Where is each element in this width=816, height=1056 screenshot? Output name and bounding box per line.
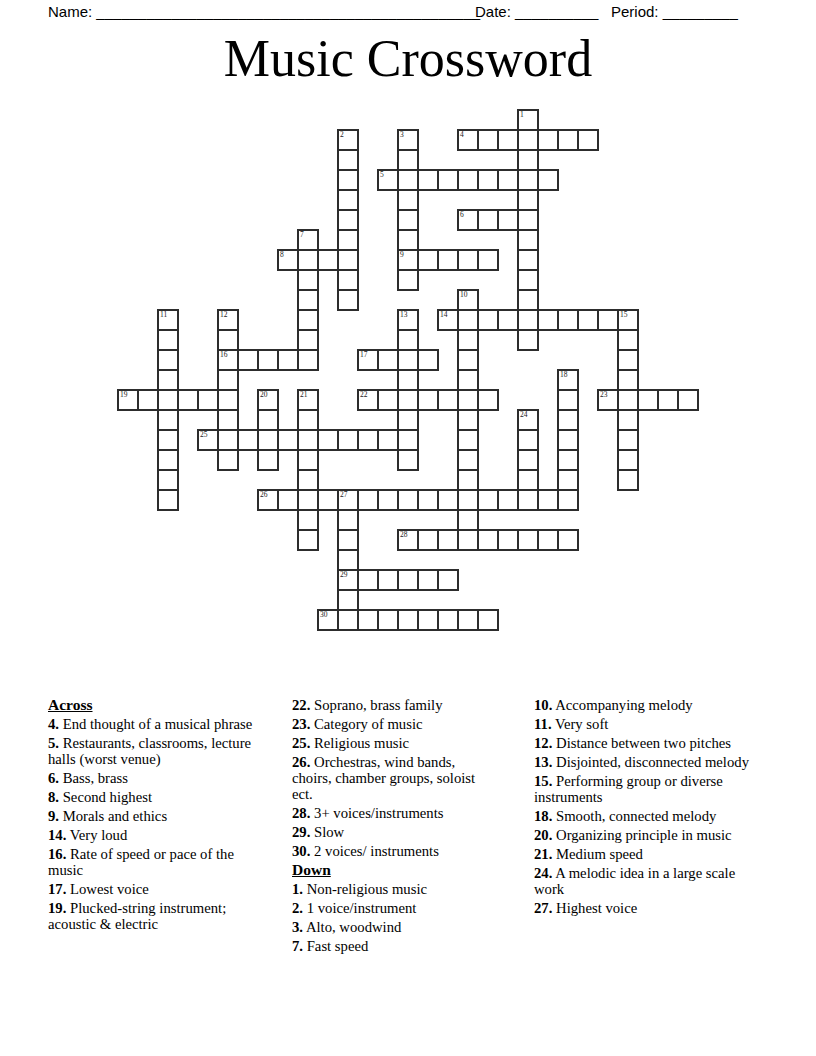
grid-cell[interactable]: 7 xyxy=(297,229,319,251)
cell-number: 24 xyxy=(520,411,528,419)
grid-cell[interactable] xyxy=(237,429,259,451)
cell-number: 25 xyxy=(200,431,208,439)
grid-cell[interactable] xyxy=(237,349,259,371)
clue-down-2: 2. 1 voice/instrument xyxy=(292,900,497,916)
grid-cell[interactable] xyxy=(157,349,179,371)
grid-cell[interactable]: 4 xyxy=(457,129,479,151)
grid-cell[interactable] xyxy=(217,389,239,411)
grid-cell[interactable]: 21 xyxy=(297,389,319,411)
cell-number: 17 xyxy=(360,351,368,359)
grid-cell[interactable] xyxy=(457,389,479,411)
cell-number: 11 xyxy=(160,311,167,319)
cell-number: 18 xyxy=(560,371,568,379)
grid-cell[interactable] xyxy=(537,169,559,191)
grid-cell[interactable] xyxy=(617,329,639,351)
grid-cell[interactable] xyxy=(397,369,419,391)
clue-across-5: 5. Restaurants, classrooms, lecture hall… xyxy=(48,735,258,767)
grid-cell[interactable] xyxy=(457,609,479,631)
grid-cell[interactable] xyxy=(577,129,599,151)
grid-cell[interactable] xyxy=(337,529,359,551)
grid-cell[interactable] xyxy=(497,209,519,231)
grid-cell[interactable] xyxy=(397,489,419,511)
grid-cell[interactable]: 13 xyxy=(397,309,419,331)
clue-across-26: 26. Orchestras, wind bands, choirs, cham… xyxy=(292,754,497,802)
grid-cell[interactable] xyxy=(437,489,459,511)
grid-cell[interactable] xyxy=(297,309,319,331)
grid-cell[interactable] xyxy=(517,249,539,271)
grid-cell[interactable] xyxy=(517,489,539,511)
grid-cell[interactable]: 9 xyxy=(397,249,419,271)
clue-column-2: 22. Soprano, brass family23. Category of… xyxy=(292,697,497,957)
grid-cell[interactable] xyxy=(317,249,339,271)
grid-cell[interactable] xyxy=(297,469,319,491)
grid-cell[interactable] xyxy=(657,389,679,411)
grid-cell[interactable] xyxy=(517,149,539,171)
grid-cell[interactable] xyxy=(157,389,179,411)
date-label: Date: xyxy=(475,3,511,20)
cell-number: 20 xyxy=(260,391,268,399)
grid-cell[interactable] xyxy=(617,369,639,391)
grid-cell[interactable] xyxy=(477,129,499,151)
grid-cell[interactable] xyxy=(477,169,499,191)
cell-number: 19 xyxy=(120,391,128,399)
grid-cell[interactable] xyxy=(417,489,439,511)
grid-cell[interactable]: 5 xyxy=(377,169,399,191)
grid-cell[interactable]: 22 xyxy=(357,389,379,411)
grid-cell[interactable]: 30 xyxy=(317,609,339,631)
grid-cell[interactable] xyxy=(397,169,419,191)
grid-cell[interactable] xyxy=(157,409,179,431)
grid-cell[interactable] xyxy=(437,389,459,411)
grid-cell[interactable] xyxy=(517,449,539,471)
clue-down-7: 7. Fast speed xyxy=(292,938,497,954)
grid-cell[interactable] xyxy=(417,349,439,371)
clue-down-18: 18. Smooth, connected melody xyxy=(534,808,756,824)
grid-cell[interactable]: 11 xyxy=(157,309,179,331)
grid-cell[interactable] xyxy=(397,149,419,171)
grid-cell[interactable]: 28 xyxy=(397,529,419,551)
grid-cell[interactable] xyxy=(417,389,439,411)
grid-cell[interactable] xyxy=(617,469,639,491)
grid-cell[interactable] xyxy=(557,449,579,471)
cell-number: 8 xyxy=(280,251,284,259)
grid-cell[interactable] xyxy=(477,209,499,231)
grid-cell[interactable] xyxy=(497,529,519,551)
clue-column-1: Across4. End thought of a musical phrase… xyxy=(48,697,258,935)
grid-cell[interactable] xyxy=(297,269,319,291)
grid-cell[interactable] xyxy=(357,569,379,591)
grid-cell[interactable] xyxy=(157,469,179,491)
grid-cell[interactable]: 16 xyxy=(217,349,239,371)
grid-cell[interactable] xyxy=(297,489,319,511)
grid-cell[interactable] xyxy=(437,249,459,271)
clue-down-15: 15. Performing group or diverse instrume… xyxy=(534,773,756,805)
grid-cell[interactable] xyxy=(517,289,539,311)
grid-cell[interactable] xyxy=(417,569,439,591)
grid-cell[interactable] xyxy=(157,489,179,511)
grid-cell[interactable]: 24 xyxy=(517,409,539,431)
clue-down-24: 24. A melodic idea in a large scale work xyxy=(534,865,756,897)
clue-down-12: 12. Distance between two pitches xyxy=(534,735,756,751)
cell-number: 3 xyxy=(400,131,404,139)
grid-cell[interactable]: 26 xyxy=(257,489,279,511)
grid-cell[interactable] xyxy=(457,409,479,431)
grid-cell[interactable] xyxy=(397,189,419,211)
grid-cell[interactable] xyxy=(257,449,279,471)
grid-cell[interactable] xyxy=(397,449,419,471)
grid-cell[interactable] xyxy=(297,349,319,371)
grid-cell[interactable] xyxy=(437,609,459,631)
grid-cell[interactable]: 29 xyxy=(337,569,359,591)
grid-cell[interactable] xyxy=(377,569,399,591)
grid-cell[interactable] xyxy=(497,489,519,511)
grid-cell[interactable] xyxy=(517,469,539,491)
grid-cell[interactable] xyxy=(457,489,479,511)
grid-cell[interactable] xyxy=(477,489,499,511)
grid-cell[interactable] xyxy=(537,489,559,511)
period-field: Period: _________ xyxy=(611,3,738,21)
grid-cell[interactable] xyxy=(477,609,499,631)
grid-cell[interactable] xyxy=(337,189,359,211)
clue-down-21: 21. Medium speed xyxy=(534,846,756,862)
cell-number: 29 xyxy=(340,571,348,579)
cell-number: 5 xyxy=(380,171,384,179)
grid-cell[interactable]: 27 xyxy=(337,489,359,511)
cell-number: 21 xyxy=(300,391,308,399)
grid-cell[interactable] xyxy=(417,169,439,191)
grid-cell[interactable] xyxy=(577,309,599,331)
grid-cell[interactable] xyxy=(537,529,559,551)
grid-cell[interactable] xyxy=(297,449,319,471)
grid-cell[interactable]: 19 xyxy=(117,389,139,411)
grid-cell[interactable] xyxy=(217,429,239,451)
grid-cell[interactable] xyxy=(457,349,479,371)
cell-number: 28 xyxy=(400,531,408,539)
grid-cell[interactable] xyxy=(377,429,399,451)
grid-cell[interactable] xyxy=(457,449,479,471)
clue-down-20: 20. Organizing principle in music xyxy=(534,827,756,843)
grid-cell[interactable] xyxy=(417,529,439,551)
clue-down-11: 11. Very soft xyxy=(534,716,756,732)
clue-across-28: 28. 3+ voices/instruments xyxy=(292,805,497,821)
grid-cell[interactable] xyxy=(617,349,639,371)
cell-number: 10 xyxy=(460,291,468,299)
grid-cell[interactable] xyxy=(437,169,459,191)
clue-down-27: 27. Highest voice xyxy=(534,900,756,916)
cell-number: 9 xyxy=(400,251,404,259)
grid-cell[interactable] xyxy=(297,289,319,311)
clue-across-4: 4. End thought of a musical phrase xyxy=(48,716,258,732)
clue-across-22: 22. Soprano, brass family xyxy=(292,697,497,713)
grid-cell[interactable] xyxy=(617,409,639,431)
grid-cell[interactable] xyxy=(277,429,299,451)
grid-cell[interactable] xyxy=(517,129,539,151)
grid-cell[interactable] xyxy=(457,309,479,331)
cell-number: 13 xyxy=(400,311,408,319)
clue-across-8: 8. Second highest xyxy=(48,789,258,805)
grid-cell[interactable] xyxy=(457,249,479,271)
grid-cell[interactable] xyxy=(217,409,239,431)
grid-cell[interactable]: 25 xyxy=(197,429,219,451)
grid-cell[interactable] xyxy=(397,329,419,351)
grid-cell[interactable] xyxy=(557,469,579,491)
grid-cell[interactable] xyxy=(337,509,359,531)
grid-cell[interactable] xyxy=(357,609,379,631)
grid-cell[interactable] xyxy=(277,489,299,511)
cell-number: 6 xyxy=(460,211,464,219)
grid-cell[interactable] xyxy=(637,389,659,411)
grid-cell[interactable] xyxy=(617,449,639,471)
grid-cell[interactable] xyxy=(517,529,539,551)
cell-number: 26 xyxy=(260,491,268,499)
grid-cell[interactable] xyxy=(497,309,519,331)
grid-cell[interactable] xyxy=(437,569,459,591)
grid-cell[interactable] xyxy=(517,209,539,231)
grid-cell[interactable] xyxy=(397,209,419,231)
grid-cell[interactable] xyxy=(317,429,339,451)
grid-cell[interactable] xyxy=(257,429,279,451)
grid-cell[interactable] xyxy=(557,309,579,331)
grid-cell[interactable] xyxy=(497,129,519,151)
grid-cell[interactable] xyxy=(517,429,539,451)
clue-across-23: 23. Category of music xyxy=(292,716,497,732)
grid-cell[interactable] xyxy=(157,449,179,471)
grid-cell[interactable] xyxy=(457,169,479,191)
grid-cell[interactable]: 14 xyxy=(437,309,459,331)
grid-cell[interactable] xyxy=(537,309,559,331)
grid-cell[interactable]: 17 xyxy=(357,349,379,371)
cell-number: 30 xyxy=(320,611,328,619)
cell-number: 1 xyxy=(520,111,524,119)
grid-cell[interactable]: 12 xyxy=(217,309,239,331)
grid-cell[interactable] xyxy=(397,429,419,451)
grid-cell[interactable] xyxy=(397,569,419,591)
grid-cell[interactable]: 15 xyxy=(617,309,639,331)
grid-cell[interactable] xyxy=(557,409,579,431)
grid-cell[interactable] xyxy=(377,489,399,511)
grid-cell[interactable] xyxy=(297,529,319,551)
grid-cell[interactable] xyxy=(357,489,379,511)
cell-number: 4 xyxy=(460,131,464,139)
grid-cell[interactable] xyxy=(297,249,319,271)
grid-cell[interactable] xyxy=(297,509,319,531)
grid-cell[interactable] xyxy=(337,609,359,631)
grid-cell[interactable] xyxy=(477,309,499,331)
grid-cell[interactable] xyxy=(357,429,379,451)
cell-number: 7 xyxy=(300,231,304,239)
grid-cell[interactable] xyxy=(157,429,179,451)
across-heading: Across xyxy=(48,697,258,713)
grid-cell[interactable] xyxy=(517,229,539,251)
grid-cell[interactable] xyxy=(337,589,359,611)
grid-cell[interactable] xyxy=(617,389,639,411)
grid-cell[interactable]: 3 xyxy=(397,129,419,151)
grid-cell[interactable] xyxy=(277,349,299,371)
grid-cell[interactable] xyxy=(537,129,559,151)
grid-cell[interactable]: 1 xyxy=(517,109,539,131)
grid-cell[interactable] xyxy=(517,309,539,331)
grid-cell[interactable]: 20 xyxy=(257,389,279,411)
grid-cell[interactable] xyxy=(457,469,479,491)
grid-cell[interactable] xyxy=(257,349,279,371)
grid-cell[interactable] xyxy=(457,509,479,531)
grid-cell[interactable] xyxy=(517,169,539,191)
grid-cell[interactable] xyxy=(557,429,579,451)
grid-cell[interactable] xyxy=(377,389,399,411)
grid-cell[interactable]: 8 xyxy=(277,249,299,271)
grid-cell[interactable] xyxy=(457,529,479,551)
grid-cell[interactable] xyxy=(257,409,279,431)
grid-cell[interactable] xyxy=(517,329,539,351)
grid-cell[interactable] xyxy=(377,349,399,371)
grid-cell[interactable] xyxy=(417,249,439,271)
grid-cell[interactable] xyxy=(337,429,359,451)
grid-cell[interactable] xyxy=(557,129,579,151)
cell-number: 2 xyxy=(340,131,344,139)
clue-across-25: 25. Religious music xyxy=(292,735,497,751)
date-blank-line: __________ xyxy=(511,3,599,20)
grid-cell[interactable] xyxy=(517,189,539,211)
clue-down-13: 13. Disjointed, disconnected melody xyxy=(534,754,756,770)
grid-cell[interactable] xyxy=(417,609,439,631)
grid-cell[interactable] xyxy=(617,429,639,451)
grid-cell[interactable] xyxy=(397,409,419,431)
grid-cell[interactable] xyxy=(317,489,339,511)
clue-across-17: 17. Lowest voice xyxy=(48,881,258,897)
grid-cell[interactable] xyxy=(497,169,519,191)
grid-cell[interactable] xyxy=(337,269,359,291)
page-title: Music Crossword xyxy=(0,30,816,87)
grid-cell[interactable] xyxy=(197,389,219,411)
clue-across-6: 6. Bass, brass xyxy=(48,770,258,786)
cell-number: 12 xyxy=(220,311,228,319)
grid-cell[interactable] xyxy=(397,229,419,251)
grid-cell[interactable] xyxy=(437,529,459,551)
grid-cell[interactable] xyxy=(557,489,579,511)
period-blank-line: _________ xyxy=(659,3,738,20)
grid-cell[interactable] xyxy=(157,369,179,391)
grid-cell[interactable] xyxy=(337,169,359,191)
period-label: Period: xyxy=(611,3,659,20)
grid-cell[interactable]: 2 xyxy=(337,129,359,151)
grid-cell[interactable] xyxy=(177,389,199,411)
grid-cell[interactable] xyxy=(397,269,419,291)
grid-cell[interactable] xyxy=(337,289,359,311)
grid-cell[interactable] xyxy=(677,389,699,411)
clue-across-19: 19. Plucked-string instrument; acoustic … xyxy=(48,900,258,932)
grid-cell[interactable] xyxy=(297,329,319,351)
grid-cell[interactable] xyxy=(217,449,239,471)
grid-cell[interactable] xyxy=(377,609,399,631)
grid-cell[interactable] xyxy=(457,369,479,391)
grid-cell[interactable] xyxy=(157,329,179,351)
grid-cell[interactable] xyxy=(597,309,619,331)
grid-cell[interactable] xyxy=(217,369,239,391)
grid-cell[interactable] xyxy=(457,429,479,451)
grid-cell[interactable] xyxy=(557,529,579,551)
grid-cell[interactable]: 6 xyxy=(457,209,479,231)
grid-cell[interactable] xyxy=(337,149,359,171)
cell-number: 27 xyxy=(340,491,348,499)
clue-down-10: 10. Accompanying melody xyxy=(534,697,756,713)
cell-number: 16 xyxy=(220,351,228,359)
grid-cell[interactable]: 18 xyxy=(557,369,579,391)
down-heading: Down xyxy=(292,862,497,878)
cell-number: 23 xyxy=(600,391,608,399)
name-blank-line: ________________________________________… xyxy=(92,3,480,20)
clue-down-1: 1. Non-religious music xyxy=(292,881,497,897)
cell-number: 14 xyxy=(440,311,448,319)
date-field: Date: __________ xyxy=(475,3,598,21)
clue-across-29: 29. Slow xyxy=(292,824,497,840)
clue-down-3: 3. Alto, woodwind xyxy=(292,919,497,935)
grid-cell[interactable] xyxy=(337,249,359,271)
crossword-grid: 1234567891011121314151617181920212223242… xyxy=(118,110,698,630)
clue-across-16: 16. Rate of speed or pace of the music xyxy=(48,846,258,878)
clue-column-3: 10. Accompanying melody11. Very soft12. … xyxy=(534,697,756,919)
grid-cell[interactable] xyxy=(297,429,319,451)
grid-cell[interactable] xyxy=(137,389,159,411)
clue-across-9: 9. Morals and ethics xyxy=(48,808,258,824)
clue-across-14: 14. Very loud xyxy=(48,827,258,843)
grid-cell[interactable] xyxy=(477,389,499,411)
grid-cell[interactable] xyxy=(397,609,419,631)
grid-cell[interactable] xyxy=(217,329,239,351)
grid-cell[interactable] xyxy=(457,329,479,351)
cell-number: 15 xyxy=(620,311,628,319)
grid-cell[interactable] xyxy=(337,549,359,571)
cell-number: 22 xyxy=(360,391,368,399)
grid-cell[interactable]: 23 xyxy=(597,389,619,411)
grid-cell[interactable] xyxy=(557,389,579,411)
grid-cell[interactable] xyxy=(337,229,359,251)
clue-across-30: 30. 2 voices/ instruments xyxy=(292,843,497,859)
name-field: Name: __________________________________… xyxy=(48,3,480,21)
grid-cell[interactable] xyxy=(477,529,499,551)
grid-cell[interactable] xyxy=(297,409,319,431)
name-label: Name: xyxy=(48,3,92,20)
grid-cell[interactable] xyxy=(477,249,499,271)
grid-cell[interactable] xyxy=(337,209,359,231)
grid-cell[interactable] xyxy=(397,349,419,371)
grid-cell[interactable] xyxy=(517,269,539,291)
grid-cell[interactable] xyxy=(397,389,419,411)
grid-cell[interactable]: 10 xyxy=(457,289,479,311)
